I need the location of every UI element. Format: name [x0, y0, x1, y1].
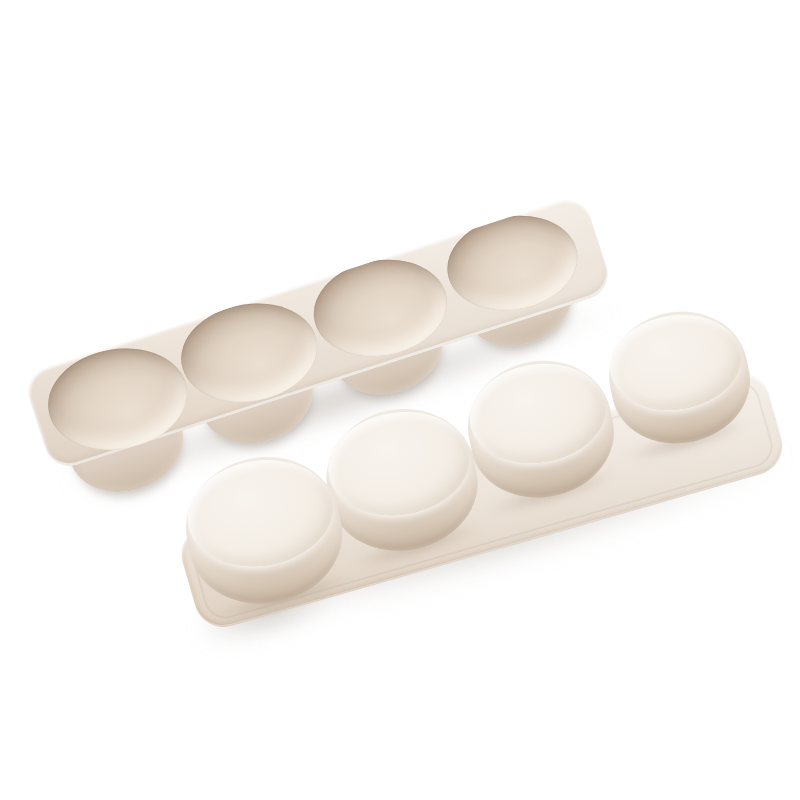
dome-top-face — [180, 450, 341, 577]
dome-top-face — [603, 305, 748, 419]
mold-cavity — [440, 206, 585, 320]
product-photo-scene — [0, 0, 800, 800]
mold-cavity — [306, 250, 454, 367]
